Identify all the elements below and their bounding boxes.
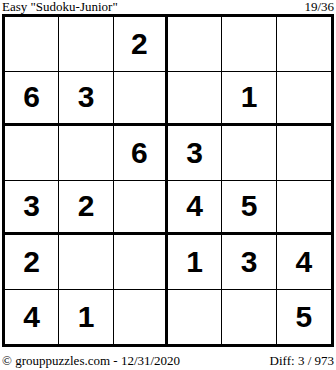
- cell-r4c5[interactable]: 5: [222, 181, 276, 236]
- cell-r3c6[interactable]: [277, 126, 331, 181]
- cell-r3c2[interactable]: [59, 126, 113, 181]
- cell-r1c4[interactable]: [168, 17, 222, 72]
- cell-r4c1[interactable]: 3: [5, 181, 59, 236]
- cell-r1c6[interactable]: [277, 17, 331, 72]
- cell-r6c5[interactable]: [222, 290, 276, 345]
- cell-r3c1[interactable]: [5, 126, 59, 181]
- cell-r2c2[interactable]: 3: [59, 72, 113, 127]
- cell-r1c1[interactable]: [5, 17, 59, 72]
- cell-r5c4[interactable]: 1: [168, 235, 222, 290]
- cell-r2c6[interactable]: [277, 72, 331, 127]
- cell-r5c1[interactable]: 2: [5, 235, 59, 290]
- cell-r2c1[interactable]: 6: [5, 72, 59, 127]
- cell-r4c3[interactable]: [114, 181, 168, 236]
- cell-r2c4[interactable]: [168, 72, 222, 127]
- cell-r4c4[interactable]: 4: [168, 181, 222, 236]
- copyright-text: © grouppuzzles.com - 12/31/2020: [2, 353, 180, 368]
- cell-r5c3[interactable]: [114, 235, 168, 290]
- cell-r5c5[interactable]: 3: [222, 235, 276, 290]
- cell-r2c5[interactable]: 1: [222, 72, 276, 127]
- cell-r3c5[interactable]: [222, 126, 276, 181]
- cell-r3c3[interactable]: 6: [114, 126, 168, 181]
- cell-r4c6[interactable]: [277, 181, 331, 236]
- footer: © grouppuzzles.com - 12/31/2020 Diff: 3 …: [0, 353, 336, 368]
- cell-r2c3[interactable]: [114, 72, 168, 127]
- cell-r6c4[interactable]: [168, 290, 222, 345]
- puzzle-counter: 19/36: [304, 0, 334, 14]
- cell-r5c2[interactable]: [59, 235, 113, 290]
- sudoku-board: 2 6 3 1 6 3 3 2 4 5 2 1 3 4 4 1 5: [2, 14, 334, 347]
- cell-r6c2[interactable]: 1: [59, 290, 113, 345]
- cell-r1c2[interactable]: [59, 17, 113, 72]
- header: Easy "Sudoku-Junior" 19/36: [0, 0, 336, 14]
- cell-r3c4[interactable]: 3: [168, 126, 222, 181]
- cell-r4c2[interactable]: 2: [59, 181, 113, 236]
- cell-r6c6[interactable]: 5: [277, 290, 331, 345]
- cell-r5c6[interactable]: 4: [277, 235, 331, 290]
- difficulty-text: Diff: 3 / 973: [270, 353, 334, 368]
- puzzle-title: Easy "Sudoku-Junior": [2, 0, 118, 14]
- cell-r1c5[interactable]: [222, 17, 276, 72]
- cell-r6c1[interactable]: 4: [5, 290, 59, 345]
- cell-r6c3[interactable]: [114, 290, 168, 345]
- cell-r1c3[interactable]: 2: [114, 17, 168, 72]
